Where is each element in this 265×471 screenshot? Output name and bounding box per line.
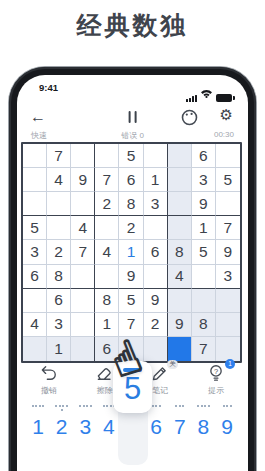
remaining-dots-9: [221, 405, 234, 413]
cell-r4c5[interactable]: 2: [119, 216, 143, 240]
numpad-digit-7: 7: [174, 416, 186, 437]
cell-r1c5[interactable]: 5: [119, 144, 143, 168]
remaining-dots-2: [55, 405, 68, 413]
cell-r4c7[interactable]: [168, 216, 192, 240]
numpad-digit-4: 4: [103, 416, 115, 437]
cell-r6c5[interactable]: 9: [119, 265, 143, 289]
numpad-key-3[interactable]: 3: [76, 405, 94, 451]
notes-off-badge: 关: [167, 360, 179, 369]
cell-r5c4[interactable]: 4: [95, 240, 119, 264]
cell-r9c2[interactable]: 1: [47, 337, 71, 361]
numpad-key-9[interactable]: 9: [218, 405, 236, 451]
difficulty-label: 快速: [31, 130, 47, 141]
cell-r7c6[interactable]: 9: [144, 289, 168, 313]
cell-r7c5[interactable]: 5: [119, 289, 143, 313]
remaining-dots-6: [150, 405, 163, 413]
undo-icon: [39, 363, 59, 383]
phone-frame: 9:41 ←: [9, 67, 256, 471]
numpad-digit-2: 2: [56, 416, 68, 437]
cell-r9c9[interactable]: [216, 337, 240, 361]
errors-counter: 错误 0: [121, 130, 144, 141]
numpad-digit-9: 9: [221, 416, 233, 437]
cell-r9c8[interactable]: 7: [192, 337, 216, 361]
cell-r7c3[interactable]: [71, 289, 95, 313]
cell-r9c6[interactable]: [144, 337, 168, 361]
cell-r6c2[interactable]: 8: [47, 265, 71, 289]
cell-r3c3[interactable]: [71, 192, 95, 216]
cell-r9c3[interactable]: [71, 337, 95, 361]
undo-label: 撤销: [41, 385, 57, 396]
cell-r3c2[interactable]: [47, 192, 71, 216]
cell-r2c5[interactable]: 6: [119, 168, 143, 192]
cell-r8c8[interactable]: 8: [192, 313, 216, 337]
cell-r7c1[interactable]: [23, 289, 47, 313]
cell-r6c3[interactable]: [71, 265, 95, 289]
cell-r4c2[interactable]: [47, 216, 71, 240]
cell-r7c7[interactable]: [168, 289, 192, 313]
cell-r5c1[interactable]: 3: [23, 240, 47, 264]
numpad-key-8[interactable]: 8: [194, 405, 212, 451]
theme-icon[interactable]: [181, 109, 198, 130]
status-bar: 9:41: [17, 82, 248, 96]
cell-r4c6[interactable]: [144, 216, 168, 240]
remaining-dots-8: [197, 405, 210, 413]
cell-r2c6[interactable]: 1: [144, 168, 168, 192]
cell-r6c1[interactable]: 6: [23, 265, 47, 289]
cell-r1c6[interactable]: [144, 144, 168, 168]
cell-r8c7[interactable]: 9: [168, 313, 192, 337]
cell-r8c2[interactable]: 3: [47, 313, 71, 337]
erase-label: 擦除: [97, 385, 113, 396]
numpad-digit-6: 6: [150, 416, 162, 437]
cell-r3c6[interactable]: 3: [144, 192, 168, 216]
cell-r2c8[interactable]: 3: [192, 168, 216, 192]
cell-r6c6[interactable]: [144, 265, 168, 289]
hint-label: 提示: [208, 385, 224, 396]
numpad-digit-8: 8: [198, 416, 210, 437]
cell-r1c3[interactable]: [71, 144, 95, 168]
page-title: 经典数独: [0, 9, 265, 42]
cell-r2c2[interactable]: 4: [47, 168, 71, 192]
status-icons: [186, 84, 232, 102]
svg-text:?: ?: [214, 367, 218, 376]
cell-r1c8[interactable]: 6: [192, 144, 216, 168]
numpad-key-4[interactable]: 4: [100, 405, 118, 451]
cell-r6c8[interactable]: [192, 265, 216, 289]
cell-r5c3[interactable]: 7: [71, 240, 95, 264]
cell-r1c2[interactable]: 7: [47, 144, 71, 168]
cell-r3c7[interactable]: [168, 192, 192, 216]
cell-r3c1[interactable]: [23, 192, 47, 216]
notes-label: 笔记: [152, 385, 168, 396]
cell-r6c7[interactable]: 4: [168, 265, 192, 289]
cell-r4c9[interactable]: 7: [216, 216, 240, 240]
numpad-key-1[interactable]: 1: [29, 405, 47, 451]
cell-r1c7[interactable]: [168, 144, 192, 168]
status-time: 9:41: [39, 82, 58, 93]
signal-icon: [186, 95, 197, 103]
cell-r2c4[interactable]: 7: [95, 168, 119, 192]
cell-r2c7[interactable]: [168, 168, 192, 192]
cell-r9c1[interactable]: [23, 337, 47, 361]
cell-r7c4[interactable]: 8: [95, 289, 119, 313]
cell-r2c3[interactable]: 9: [71, 168, 95, 192]
cell-r6c4[interactable]: [95, 265, 119, 289]
cell-r9c7[interactable]: [168, 337, 192, 361]
cell-r7c9[interactable]: [216, 289, 240, 313]
app-store-screenshot: 经典数独 9:41: [0, 0, 265, 471]
cell-r2c1[interactable]: [23, 168, 47, 192]
cell-r5c9[interactable]: 9: [216, 240, 240, 264]
numpad-key-7[interactable]: 7: [171, 405, 189, 451]
wifi-icon: [200, 84, 213, 102]
cell-r4c8[interactable]: 1: [192, 216, 216, 240]
hint-bulb-icon: ?: [206, 363, 226, 383]
cell-r5c6[interactable]: 6: [144, 240, 168, 264]
hint-count-badge: 1: [225, 359, 235, 369]
cell-r3c5[interactable]: 8: [119, 192, 143, 216]
cell-r4c4[interactable]: [95, 216, 119, 240]
cell-r8c1[interactable]: 4: [23, 313, 47, 337]
back-button[interactable]: ←: [30, 107, 46, 127]
cell-r5c8[interactable]: 5: [192, 240, 216, 264]
cell-r1c9[interactable]: [216, 144, 240, 168]
cell-r7c8[interactable]: [192, 289, 216, 313]
numpad-key-2[interactable]: 2: [53, 405, 71, 451]
cell-r1c4[interactable]: [95, 144, 119, 168]
undo-button[interactable]: 撤销: [29, 363, 69, 405]
cell-r4c1[interactable]: 5: [23, 216, 47, 240]
remaining-dots-7: [173, 405, 186, 413]
cell-r5c7[interactable]: 8: [168, 240, 192, 264]
cell-r8c6[interactable]: 2: [144, 313, 168, 337]
numpad-key-6[interactable]: 6: [147, 405, 165, 451]
remaining-dots-1: [32, 405, 45, 413]
hud-row: 快速 错误 0 00:30: [17, 130, 248, 142]
nav-row: ← ⚙: [17, 106, 248, 130]
pause-button[interactable]: [128, 111, 137, 123]
numpad-digit-3: 3: [79, 416, 91, 437]
cell-r6c9[interactable]: 3: [216, 265, 240, 289]
cell-r5c2[interactable]: 2: [47, 240, 71, 264]
timer: 00:30: [214, 130, 234, 139]
cell-r3c4[interactable]: 2: [95, 192, 119, 216]
cell-r2c9[interactable]: 5: [216, 168, 240, 192]
numpad-digit-1: 1: [32, 416, 44, 437]
cell-r8c9[interactable]: [216, 313, 240, 337]
cell-r7c2[interactable]: 6: [47, 289, 71, 313]
remaining-dots-3: [79, 405, 92, 413]
phone-screen: 9:41 ←: [17, 75, 248, 471]
cell-r1c1[interactable]: [23, 144, 47, 168]
settings-gear-icon[interactable]: ⚙: [220, 106, 233, 124]
cell-r3c8[interactable]: 9: [192, 192, 216, 216]
cell-r3c9[interactable]: [216, 192, 240, 216]
eraser-icon: [95, 363, 115, 383]
cell-r8c3[interactable]: [71, 313, 95, 337]
cell-r5c5[interactable]: 1: [119, 240, 143, 264]
cell-r4c3[interactable]: 4: [71, 216, 95, 240]
sudoku-board: 7564976135283954217327416859689436859431…: [21, 142, 242, 363]
hint-button[interactable]: 1 ? 提示: [196, 363, 236, 405]
battery-icon: [216, 94, 232, 102]
